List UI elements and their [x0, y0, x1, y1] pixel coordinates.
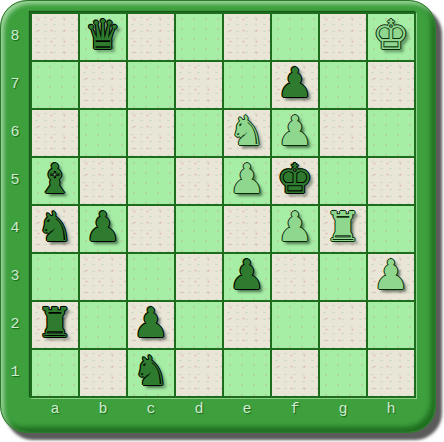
file-label-f: f [272, 399, 318, 421]
square-h5[interactable] [368, 158, 414, 204]
square-d8[interactable] [176, 14, 222, 60]
rank-label-5: 5 [0, 158, 30, 204]
square-e7[interactable] [224, 62, 270, 108]
rank-label-1: 1 [0, 350, 30, 396]
board: ♛♚♟♞♟♝♟♚♞♟♟♜♟♟♜♟♞ [30, 12, 416, 398]
square-b3[interactable] [80, 254, 126, 300]
square-g8[interactable] [320, 14, 366, 60]
square-d3[interactable] [176, 254, 222, 300]
square-h6[interactable] [368, 110, 414, 156]
piece-black-pawn-c2[interactable]: ♟ [133, 303, 170, 347]
square-h2[interactable] [368, 302, 414, 348]
square-a5[interactable]: ♝ [32, 158, 78, 204]
file-label-a: a [32, 399, 78, 421]
square-a3[interactable] [32, 254, 78, 300]
square-f6[interactable]: ♟ [272, 110, 318, 156]
square-a7[interactable] [32, 62, 78, 108]
square-c5[interactable] [128, 158, 174, 204]
square-h4[interactable] [368, 206, 414, 252]
rank-label-6: 6 [0, 110, 30, 156]
piece-black-knight-a4[interactable]: ♞ [37, 207, 74, 251]
piece-white-rook-g4[interactable]: ♜ [325, 207, 362, 251]
rank-label-7: 7 [0, 62, 30, 108]
square-d6[interactable] [176, 110, 222, 156]
square-e2[interactable] [224, 302, 270, 348]
square-d4[interactable] [176, 206, 222, 252]
square-d7[interactable] [176, 62, 222, 108]
square-a2[interactable]: ♜ [32, 302, 78, 348]
square-b2[interactable] [80, 302, 126, 348]
piece-black-pawn-b4[interactable]: ♟ [85, 207, 122, 251]
square-h1[interactable] [368, 350, 414, 396]
square-b7[interactable] [80, 62, 126, 108]
chess-app-window: ♛♚♟♞♟♝♟♚♞♟♟♜♟♟♜♟♞ 87654321 abcdefgh [0, 0, 444, 442]
square-b5[interactable] [80, 158, 126, 204]
square-e8[interactable] [224, 14, 270, 60]
square-f5[interactable]: ♚ [272, 158, 318, 204]
square-c7[interactable] [128, 62, 174, 108]
square-h8[interactable]: ♚ [368, 14, 414, 60]
square-d2[interactable] [176, 302, 222, 348]
square-b1[interactable] [80, 350, 126, 396]
square-g3[interactable] [320, 254, 366, 300]
square-c4[interactable] [128, 206, 174, 252]
square-a1[interactable] [32, 350, 78, 396]
square-g7[interactable] [320, 62, 366, 108]
file-label-e: e [224, 399, 270, 421]
piece-black-knight-c1[interactable]: ♞ [133, 351, 170, 395]
square-b6[interactable] [80, 110, 126, 156]
file-label-b: b [80, 399, 126, 421]
file-label-c: c [128, 399, 174, 421]
square-a4[interactable]: ♞ [32, 206, 78, 252]
file-label-h: h [368, 399, 414, 421]
rank-label-4: 4 [0, 206, 30, 252]
piece-white-pawn-f6[interactable]: ♟ [277, 111, 314, 155]
square-g2[interactable] [320, 302, 366, 348]
square-e5[interactable]: ♟ [224, 158, 270, 204]
square-b8[interactable]: ♛ [80, 14, 126, 60]
piece-white-pawn-h3[interactable]: ♟ [373, 255, 410, 299]
square-f1[interactable] [272, 350, 318, 396]
square-e1[interactable] [224, 350, 270, 396]
square-f2[interactable] [272, 302, 318, 348]
rank-label-3: 3 [0, 254, 30, 300]
square-e4[interactable] [224, 206, 270, 252]
square-b4[interactable]: ♟ [80, 206, 126, 252]
square-c1[interactable]: ♞ [128, 350, 174, 396]
square-g5[interactable] [320, 158, 366, 204]
square-d1[interactable] [176, 350, 222, 396]
piece-black-queen-b8[interactable]: ♛ [85, 15, 122, 59]
piece-black-rook-a2[interactable]: ♜ [37, 303, 74, 347]
square-f8[interactable] [272, 14, 318, 60]
rank-label-8: 8 [0, 14, 30, 60]
piece-white-knight-e6[interactable]: ♞ [229, 111, 266, 155]
square-c8[interactable] [128, 14, 174, 60]
square-h7[interactable] [368, 62, 414, 108]
square-c6[interactable] [128, 110, 174, 156]
square-f7[interactable]: ♟ [272, 62, 318, 108]
square-f3[interactable] [272, 254, 318, 300]
piece-white-pawn-f4[interactable]: ♟ [277, 207, 314, 251]
square-c2[interactable]: ♟ [128, 302, 174, 348]
piece-black-pawn-f7[interactable]: ♟ [277, 63, 314, 107]
square-d5[interactable] [176, 158, 222, 204]
piece-black-king-f5[interactable]: ♚ [277, 159, 314, 203]
piece-black-bishop-a5[interactable]: ♝ [37, 159, 74, 203]
file-label-d: d [176, 399, 222, 421]
square-g4[interactable]: ♜ [320, 206, 366, 252]
square-g1[interactable] [320, 350, 366, 396]
square-g6[interactable] [320, 110, 366, 156]
square-f4[interactable]: ♟ [272, 206, 318, 252]
piece-white-king-h8[interactable]: ♚ [373, 15, 410, 59]
piece-black-pawn-e3[interactable]: ♟ [229, 255, 266, 299]
square-e3[interactable]: ♟ [224, 254, 270, 300]
square-c3[interactable] [128, 254, 174, 300]
square-h3[interactable]: ♟ [368, 254, 414, 300]
file-label-g: g [320, 399, 366, 421]
rank-label-2: 2 [0, 302, 30, 348]
square-e6[interactable]: ♞ [224, 110, 270, 156]
square-a8[interactable] [32, 14, 78, 60]
piece-white-pawn-e5[interactable]: ♟ [229, 159, 266, 203]
square-a6[interactable] [32, 110, 78, 156]
